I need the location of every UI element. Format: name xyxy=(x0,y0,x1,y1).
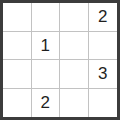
cell-r1c1-empty[interactable] xyxy=(3,3,32,32)
cell-r1c2-empty[interactable] xyxy=(32,3,61,32)
cell-r3c2-empty[interactable] xyxy=(32,60,61,89)
cell-r2c3-empty[interactable] xyxy=(60,32,89,61)
cell-r3c3-empty[interactable] xyxy=(60,60,89,89)
cell-r3c4-given-digit: 3 xyxy=(89,60,118,89)
cell-r2c4-empty[interactable] xyxy=(89,32,118,61)
cell-r4c4-empty[interactable] xyxy=(89,89,118,118)
cell-r4c2-given-digit: 2 xyxy=(32,89,61,118)
cell-r4c3-empty[interactable] xyxy=(60,89,89,118)
cell-r2c1-empty[interactable] xyxy=(3,32,32,61)
cell-r1c4-given-digit: 2 xyxy=(89,3,118,32)
cell-r3c1-empty[interactable] xyxy=(3,60,32,89)
cell-r1c3-empty[interactable] xyxy=(60,3,89,32)
cell-r2c2-given-digit: 1 xyxy=(32,32,61,61)
cell-r4c1-empty[interactable] xyxy=(3,89,32,118)
puzzle-board: 2132 xyxy=(0,0,120,120)
